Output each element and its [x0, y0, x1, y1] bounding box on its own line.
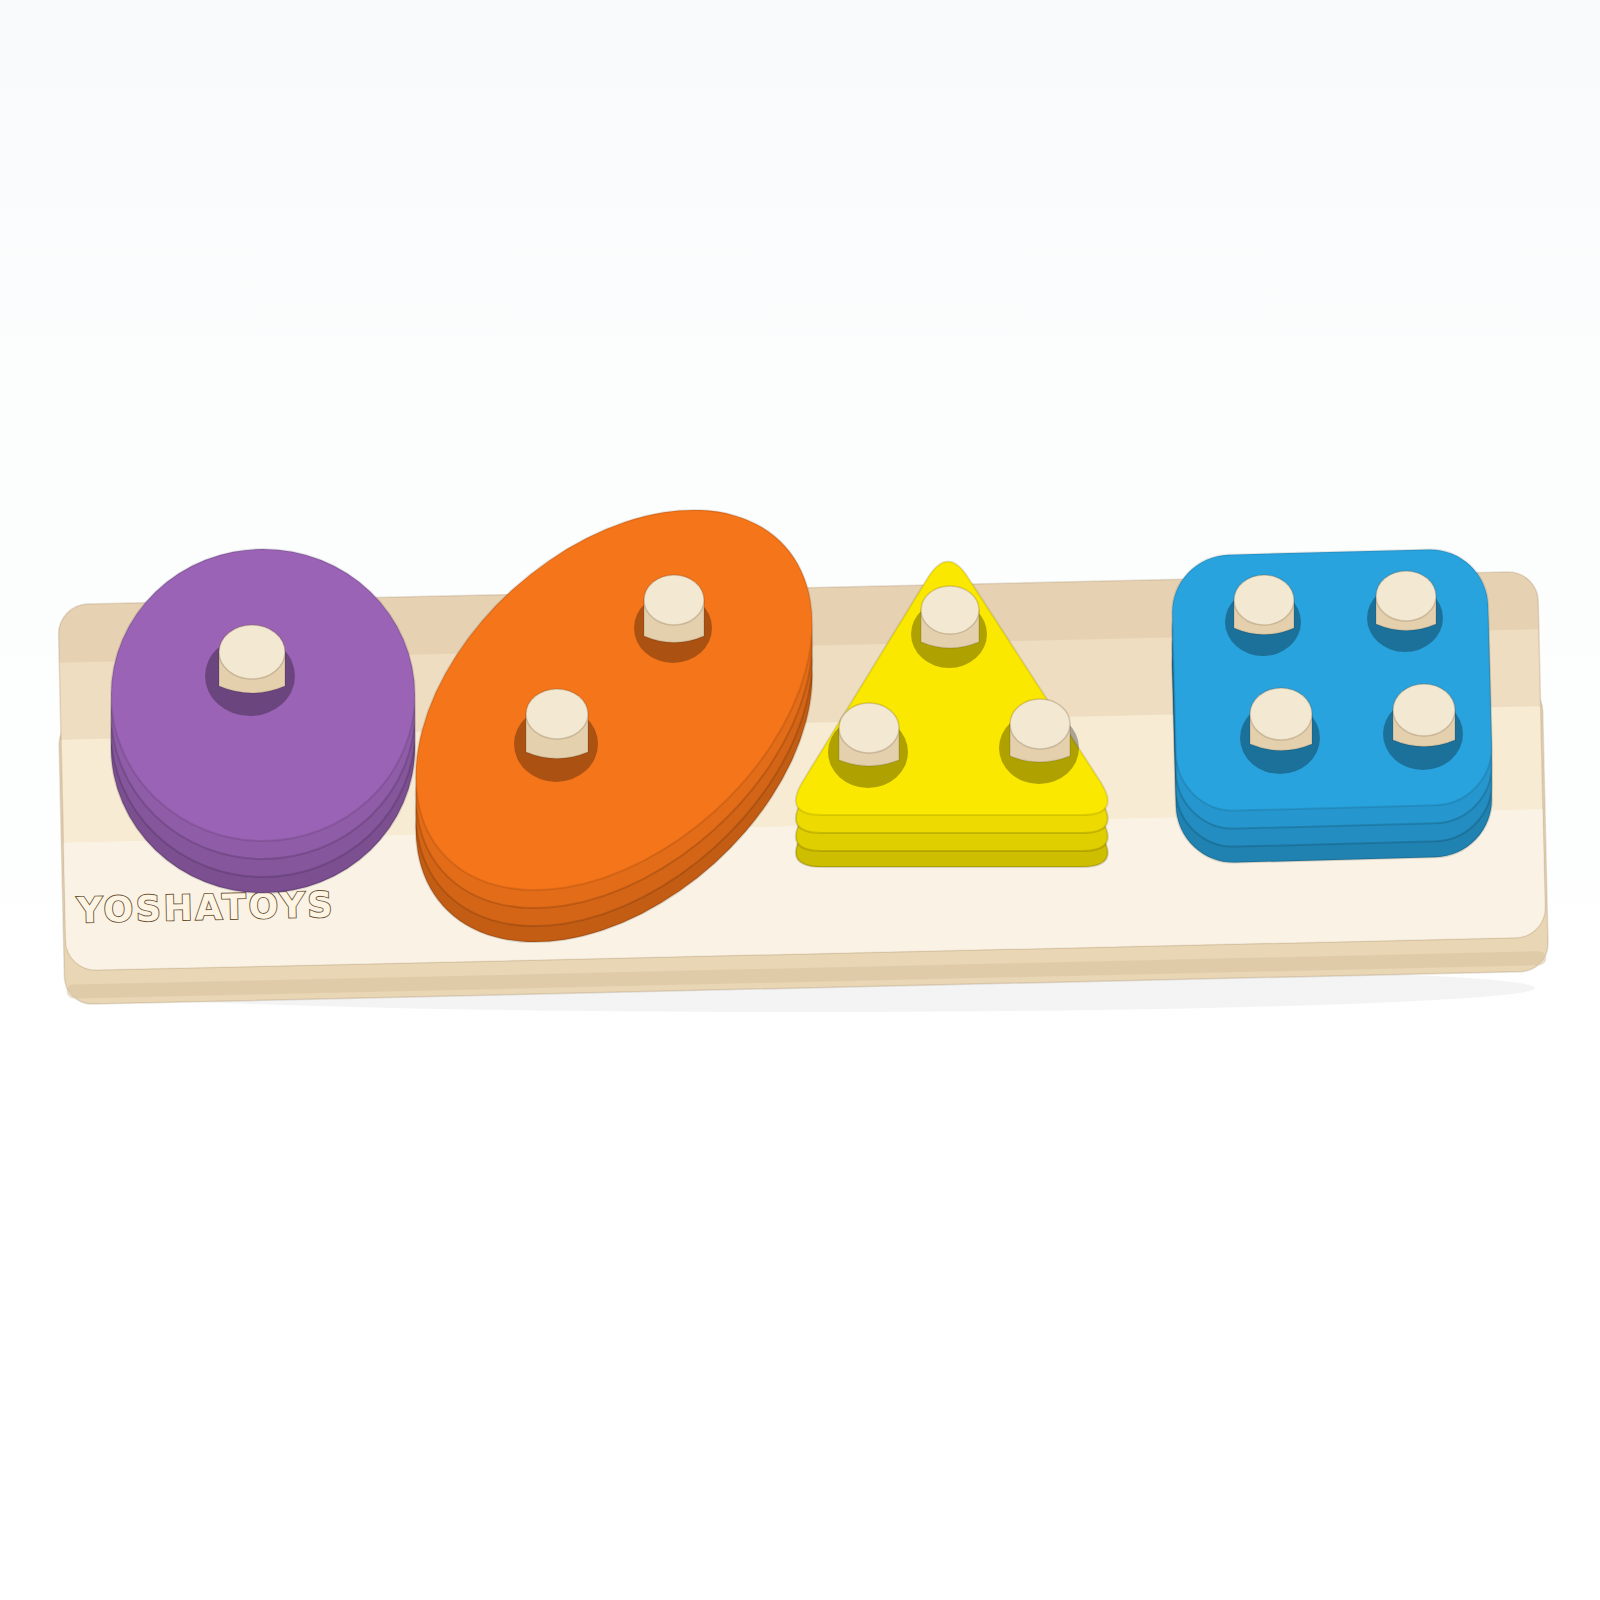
product-photo: YOSHATOYS [0, 0, 1600, 1600]
slot-grid [52, 528, 1553, 972]
slot-2-oval [424, 545, 806, 963]
slot-4-square [1170, 528, 1552, 946]
slot-1-circle [52, 554, 434, 972]
slot-3-triangle [797, 537, 1179, 955]
